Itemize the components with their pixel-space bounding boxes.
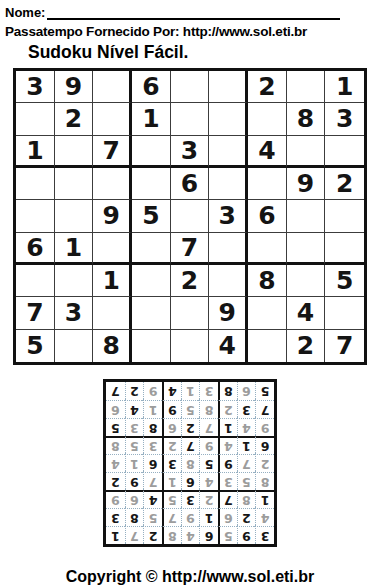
solution-cell-r7c1: 9 [255,418,274,436]
copyright-text: Copyright © http://www.sol.eti.br [0,568,380,585]
puzzle-cell-r7c3: 1 [93,265,132,297]
puzzle-cell-r9c3: 8 [93,330,132,362]
puzzle-cell-r4c1[interactable] [16,168,55,200]
solution-cell-r6c2: 1 [237,436,256,454]
puzzle-cell-r3c3: 7 [93,136,132,168]
solution-cell-r5c1: 2 [255,454,274,472]
solution-cell-r5c3: 9 [218,454,237,472]
solution-cell-r7c3: 1 [218,418,237,436]
solution-cell-r7c6: 6 [162,418,181,436]
puzzle-cell-r9c7[interactable] [248,330,287,362]
solution-cell-r6c9: 8 [106,436,125,454]
solution-cell-r4c5: 6 [181,472,200,490]
solution-cell-r4c7: 7 [143,472,162,490]
puzzle-cell-r2c7[interactable] [248,103,287,135]
puzzle-cell-r1c8[interactable] [287,71,326,103]
solution-cell-r3c5: 3 [181,490,200,508]
puzzle-cell-r3c8[interactable] [287,136,326,168]
solution-cell-r9c5: 1 [181,382,200,400]
puzzle-cell-r6c9[interactable] [325,233,364,265]
solution-cell-r3c6: 5 [162,490,181,508]
puzzle-cell-r8c4[interactable] [132,297,171,329]
puzzle-cell-r1c7: 2 [248,71,287,103]
solution-cell-r2c2: 2 [237,508,256,526]
solution-cell-r7c4: 7 [199,418,218,436]
solution-cell-r1c6: 8 [162,526,181,544]
puzzle-cell-r2c8: 8 [287,103,326,135]
puzzle-cell-r4c9: 2 [325,168,364,200]
solution-cell-r4c8: 9 [125,472,144,490]
puzzle-cell-r3c5: 3 [171,136,210,168]
puzzle-cell-r8c3[interactable] [93,297,132,329]
solution-cell-r1c2: 9 [237,526,256,544]
solution-cell-r2c7: 5 [143,508,162,526]
solution-cell-r9c1: 5 [255,382,274,400]
worksheet-page: Nome: Passatempo Fornecido Por: http://w… [0,0,380,585]
puzzle-cell-r2c4: 1 [132,103,171,135]
solution-cell-r6c6: 2 [162,436,181,454]
puzzle-cell-r7c9: 5 [325,265,364,297]
solution-cell-r8c9: 6 [106,400,125,418]
solution-cell-r5c7: 6 [143,454,162,472]
puzzle-cell-r5c5[interactable] [171,200,210,232]
puzzle-cell-r9c8: 2 [287,330,326,362]
solution-cell-r9c4: 3 [199,382,218,400]
solution-cell-r7c2: 4 [237,418,256,436]
solution-cell-r2c1: 4 [255,508,274,526]
puzzle-cell-r2c1[interactable] [16,103,55,135]
solution-cell-r1c5: 4 [181,526,200,544]
solution-cell-r3c4: 2 [199,490,218,508]
puzzle-cell-r9c1: 5 [16,330,55,362]
puzzle-cell-r4c3[interactable] [93,168,132,200]
puzzle-cell-r9c2[interactable] [55,330,94,362]
solution-cell-r6c4: 9 [199,436,218,454]
solution-cell-r5c8: 1 [125,454,144,472]
solution-cell-r4c9: 2 [106,472,125,490]
puzzle-cell-r4c6[interactable] [209,168,248,200]
puzzle-cell-r6c1: 6 [16,233,55,265]
puzzle-cell-r8c5[interactable] [171,297,210,329]
solution-cell-r4c6: 1 [162,472,181,490]
solution-cell-r2c8: 8 [125,508,144,526]
solution-cell-r6c7: 3 [143,436,162,454]
puzzle-cell-r1c1: 3 [16,71,55,103]
solution-cell-r2c4: 1 [199,508,218,526]
solution-cell-r8c2: 3 [237,400,256,418]
puzzle-cell-r6c8[interactable] [287,233,326,265]
solution-cell-r1c4: 6 [199,526,218,544]
name-input-line[interactable] [47,5,340,20]
sudoku-solution-grid: 3956482714261975831872354698534617922795… [103,379,277,547]
puzzle-cell-r9c9: 7 [325,330,364,362]
puzzle-cell-r7c8[interactable] [287,265,326,297]
puzzle-cell-r5c9[interactable] [325,200,364,232]
puzzle-cell-r3c9[interactable] [325,136,364,168]
header: Nome: Passatempo Fornecido Por: http://w… [0,0,380,63]
puzzle-cell-r8c6: 9 [209,297,248,329]
solution-cell-r5c2: 7 [237,454,256,472]
solution-cell-r5c6: 3 [162,454,181,472]
puzzle-cell-r1c4: 6 [132,71,171,103]
puzzle-cell-r2c3[interactable] [93,103,132,135]
solution-cell-r9c7: 9 [143,382,162,400]
puzzle-cell-r6c6[interactable] [209,233,248,265]
solution-cell-r7c7: 8 [143,418,162,436]
solution-cell-r1c1: 3 [255,526,274,544]
solution-cell-r6c8: 5 [125,436,144,454]
puzzle-cell-r5c2[interactable] [55,200,94,232]
puzzle-cell-r5c3: 9 [93,200,132,232]
solution-cell-r5c5: 8 [181,454,200,472]
solution-cell-r2c5: 9 [181,508,200,526]
puzzle-cell-r5c4: 5 [132,200,171,232]
puzzle-cell-r8c8: 4 [287,297,326,329]
sudoku-solution-grid-rotated: 3956482714261975831872354698534617922795… [103,379,277,547]
puzzle-cell-r8c9[interactable] [325,297,364,329]
puzzle-cell-r5c6: 3 [209,200,248,232]
puzzle-cell-r9c5[interactable] [171,330,210,362]
solution-cell-r8c7: 1 [143,400,162,418]
puzzle-cell-r1c2: 9 [55,71,94,103]
puzzle-cell-r4c7[interactable] [248,168,287,200]
puzzle-cell-r6c3[interactable] [93,233,132,265]
puzzle-cell-r2c2: 2 [55,103,94,135]
solution-cell-r5c9: 4 [106,454,125,472]
puzzle-cell-r3c2[interactable] [55,136,94,168]
puzzle-cell-r7c5: 2 [171,265,210,297]
puzzle-cell-r8c7[interactable] [248,297,287,329]
solution-cell-r3c7: 4 [143,490,162,508]
puzzle-cell-r8c1: 7 [16,297,55,329]
solution-cell-r6c5: 7 [181,436,200,454]
puzzle-cell-r3c4[interactable] [132,136,171,168]
sudoku-puzzle-grid: 396212183173469295366171285739458427 [13,68,367,365]
page-title: Sudoku Nível Fácil. [28,42,375,63]
puzzle-cell-r4c4[interactable] [132,168,171,200]
solution-cell-r9c8: 2 [125,382,144,400]
puzzle-cell-r7c1[interactable] [16,265,55,297]
solution-cell-r3c8: 6 [125,490,144,508]
provided-by-text: Passatempo Fornecido Por: http://www.sol… [5,24,375,39]
solution-cell-r8c8: 4 [125,400,144,418]
puzzle-cell-r7c7: 8 [248,265,287,297]
solution-cell-r1c3: 5 [218,526,237,544]
puzzle-cell-r4c5: 6 [171,168,210,200]
puzzle-cell-r6c2: 1 [55,233,94,265]
solution-cell-r3c2: 8 [237,490,256,508]
puzzle-cell-r2c5[interactable] [171,103,210,135]
puzzle-cell-r1c6[interactable] [209,71,248,103]
solution-cell-r4c2: 5 [237,472,256,490]
solution-cell-r3c3: 7 [218,490,237,508]
puzzle-cell-r1c9: 1 [325,71,364,103]
solution-cell-r5c4: 5 [199,454,218,472]
puzzle-cell-r6c7[interactable] [248,233,287,265]
solution-cell-r3c9: 9 [106,490,125,508]
solution-cell-r7c8: 3 [125,418,144,436]
puzzle-cell-r5c1[interactable] [16,200,55,232]
solution-cell-r3c1: 1 [255,490,274,508]
solution-cell-r9c3: 8 [218,382,237,400]
puzzle-cell-r3c1: 1 [16,136,55,168]
solution-cell-r7c5: 2 [181,418,200,436]
solution-cell-r8c4: 8 [199,400,218,418]
solution-cell-r2c3: 6 [218,508,237,526]
solution-cell-r2c9: 3 [106,508,125,526]
puzzle-cell-r7c4[interactable] [132,265,171,297]
puzzle-cell-r7c6[interactable] [209,265,248,297]
solution-cell-r6c1: 6 [255,436,274,454]
puzzle-cell-r5c7: 6 [248,200,287,232]
puzzle-cell-r6c4[interactable] [132,233,171,265]
solution-cell-r6c3: 4 [218,436,237,454]
name-label: Nome: [5,5,45,20]
puzzle-cell-r4c2[interactable] [55,168,94,200]
puzzle-cell-r5c8[interactable] [287,200,326,232]
solution-cell-r8c3: 2 [218,400,237,418]
solution-cell-r8c5: 5 [181,400,200,418]
puzzle-cell-r1c3[interactable] [93,71,132,103]
solution-cell-r7c9: 5 [106,418,125,436]
puzzle-cell-r9c4[interactable] [132,330,171,362]
puzzle-cell-r7c2[interactable] [55,265,94,297]
solution-cell-r1c8: 7 [125,526,144,544]
solution-cell-r8c6: 9 [162,400,181,418]
puzzle-cell-r3c6[interactable] [209,136,248,168]
solution-cell-r4c3: 3 [218,472,237,490]
puzzle-cell-r2c6[interactable] [209,103,248,135]
solution-cell-r9c2: 6 [237,382,256,400]
solution-cell-r4c4: 4 [199,472,218,490]
puzzle-cell-r8c2: 3 [55,297,94,329]
name-row: Nome: [5,3,375,20]
puzzle-cell-r9c6: 4 [209,330,248,362]
solution-cell-r2c6: 7 [162,508,181,526]
puzzle-cell-r6c5: 7 [171,233,210,265]
solution-cell-r9c9: 7 [106,382,125,400]
solution-cell-r1c7: 2 [143,526,162,544]
solution-cell-r8c1: 7 [255,400,274,418]
solution-cell-r4c1: 8 [255,472,274,490]
puzzle-cell-r1c5[interactable] [171,71,210,103]
puzzle-cell-r2c9: 3 [325,103,364,135]
puzzle-cell-r3c7: 4 [248,136,287,168]
solution-cell-r9c6: 4 [162,382,181,400]
solution-cell-r1c9: 1 [106,526,125,544]
puzzle-cell-r4c8: 9 [287,168,326,200]
